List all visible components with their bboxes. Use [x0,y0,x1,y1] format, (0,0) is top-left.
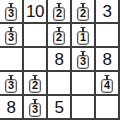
cell-r3c2[interactable] [24,48,48,72]
cell-r4c4[interactable] [72,72,96,96]
cell-r3c1[interactable] [0,48,24,72]
bomb-icon: 2 [77,7,89,21]
clue-number: 5 [55,99,64,116]
cell-r3c3[interactable]: 8 [48,48,72,72]
clue-number: 10 [26,3,44,20]
bomb-value: 3 [32,104,38,115]
bomb-icon: 1 [77,31,89,45]
bomb-icon: 2 [53,7,65,21]
bomb-value: 4 [104,80,110,91]
bomb-icon: 2 [29,79,41,93]
bomb-icon: 3 [5,7,17,21]
cell-r1c2[interactable]: 10 [24,0,48,24]
clue-number: 3 [103,3,112,20]
cell-r4c1[interactable]: 3 [0,72,24,96]
cell-r4c3[interactable] [48,72,72,96]
cell-r2c2[interactable] [24,24,48,48]
cell-r4c5[interactable]: 4 [96,72,120,96]
bomb-value: 3 [8,8,14,19]
bomb-value: 2 [56,32,62,43]
cell-r2c3[interactable]: 2 [48,24,72,48]
cell-r3c5[interactable]: 8 [96,48,120,72]
cell-r4c2[interactable]: 2 [24,72,48,96]
cell-r5c5[interactable] [96,96,120,120]
bomb-value: 1 [80,32,86,43]
clue-number: 8 [55,51,64,68]
bomb-icon: 4 [101,79,113,93]
bomb-value: 2 [32,80,38,91]
bomb-value: 2 [56,8,62,19]
clue-number: 8 [7,99,16,116]
bomb-icon: 2 [53,31,65,45]
cell-r3c4[interactable]: 3 [72,48,96,72]
cell-r1c5[interactable]: 3 [96,0,120,24]
cell-r5c1[interactable]: 8 [0,96,24,120]
bomb-value: 3 [8,80,14,91]
bomb-icon: 3 [29,103,41,117]
bomb-value: 3 [80,56,86,67]
cell-r1c1[interactable]: 3 [0,0,24,24]
clue-number: 8 [103,51,112,68]
cell-r2c4[interactable]: 1 [72,24,96,48]
cell-r5c3[interactable]: 5 [48,96,72,120]
cell-r2c5[interactable] [96,24,120,48]
cell-r1c4[interactable]: 2 [72,0,96,24]
bomb-value: 3 [8,32,14,43]
bomb-icon: 3 [77,55,89,69]
bomb-icon: 3 [5,31,17,45]
bomb-value: 2 [80,8,86,19]
cell-r2c1[interactable]: 3 [0,24,24,48]
puzzle-board: 310223321838324835 [0,0,120,120]
cell-r5c2[interactable]: 3 [24,96,48,120]
cell-r5c4[interactable] [72,96,96,120]
cell-r1c3[interactable]: 2 [48,0,72,24]
bomb-icon: 3 [5,79,17,93]
